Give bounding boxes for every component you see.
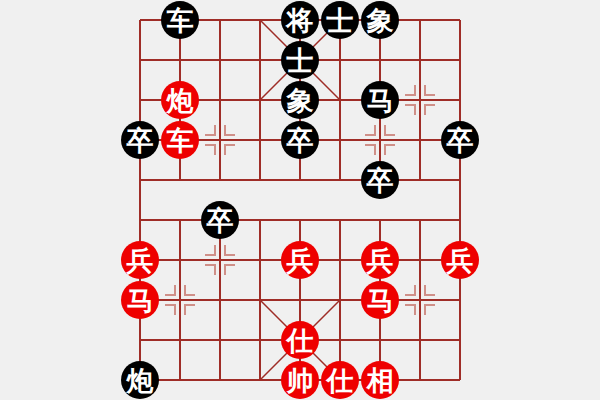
- piece-black-advisor[interactable]: 士: [321, 1, 359, 39]
- board-cell-4-9[interactable]: 帅: [280, 360, 320, 400]
- board-cell-7-1[interactable]: [400, 40, 440, 80]
- board-cell-3-9[interactable]: [240, 360, 280, 400]
- piece-red-soldier[interactable]: 兵: [281, 241, 319, 279]
- board-cell-5-6[interactable]: [320, 240, 360, 280]
- board-cell-0-8[interactable]: [120, 320, 160, 360]
- board-grid: 车将士象士炮象马卒车卒卒卒卒兵兵兵兵马马仕炮帅仕相: [120, 0, 480, 400]
- board-cell-7-0[interactable]: [400, 0, 440, 40]
- board-cell-1-1[interactable]: [160, 40, 200, 80]
- piece-red-elephant[interactable]: 相: [361, 361, 399, 399]
- board-cell-1-4[interactable]: [160, 160, 200, 200]
- board-cell-7-5[interactable]: [400, 200, 440, 240]
- board-cell-5-1[interactable]: [320, 40, 360, 80]
- piece-black-advisor[interactable]: 士: [281, 41, 319, 79]
- board-cell-2-9[interactable]: [200, 360, 240, 400]
- piece-red-advisor[interactable]: 仕: [321, 361, 359, 399]
- piece-black-soldier[interactable]: 卒: [281, 121, 319, 159]
- board-cell-7-9[interactable]: [400, 360, 440, 400]
- board-cell-8-1[interactable]: [440, 40, 480, 80]
- board-cell-3-2[interactable]: [240, 80, 280, 120]
- board-cell-6-9[interactable]: 相: [360, 360, 400, 400]
- board-cell-6-5[interactable]: [360, 200, 400, 240]
- board-cell-0-6[interactable]: 兵: [120, 240, 160, 280]
- piece-black-soldier[interactable]: 卒: [441, 121, 479, 159]
- board-cell-3-8[interactable]: [240, 320, 280, 360]
- board-cell-1-3[interactable]: 车: [160, 120, 200, 160]
- board-cell-1-5[interactable]: [160, 200, 200, 240]
- board-cell-4-2[interactable]: 象: [280, 80, 320, 120]
- piece-red-chariot[interactable]: 车: [161, 121, 199, 159]
- board-cell-0-4[interactable]: [120, 160, 160, 200]
- board-cell-4-8[interactable]: 仕: [280, 320, 320, 360]
- xiangqi-app: 车将士象士炮象马卒车卒卒卒卒兵兵兵兵马马仕炮帅仕相: [0, 0, 600, 400]
- board-cell-5-4[interactable]: [320, 160, 360, 200]
- board-cell-8-2[interactable]: [440, 80, 480, 120]
- board-cell-5-8[interactable]: [320, 320, 360, 360]
- piece-red-advisor[interactable]: 仕: [281, 321, 319, 359]
- piece-black-soldier[interactable]: 卒: [361, 161, 399, 199]
- board-cell-1-2[interactable]: 炮: [160, 80, 200, 120]
- board-cell-2-6[interactable]: [200, 240, 240, 280]
- piece-black-horse[interactable]: 马: [361, 81, 399, 119]
- board-cell-0-7[interactable]: 马: [120, 280, 160, 320]
- xiangqi-board: 车将士象士炮象马卒车卒卒卒卒兵兵兵兵马马仕炮帅仕相: [120, 0, 480, 400]
- board-cell-3-7[interactable]: [240, 280, 280, 320]
- piece-black-soldier[interactable]: 卒: [121, 121, 159, 159]
- board-cell-4-1[interactable]: 士: [280, 40, 320, 80]
- piece-red-general[interactable]: 帅: [281, 361, 319, 399]
- board-cell-8-9[interactable]: [440, 360, 480, 400]
- board-cell-4-3[interactable]: 卒: [280, 120, 320, 160]
- board-cell-5-2[interactable]: [320, 80, 360, 120]
- board-cell-3-0[interactable]: [240, 0, 280, 40]
- board-cell-6-0[interactable]: 象: [360, 0, 400, 40]
- board-cell-3-4[interactable]: [240, 160, 280, 200]
- board-cell-4-7[interactable]: [280, 280, 320, 320]
- board-cell-8-8[interactable]: [440, 320, 480, 360]
- board-cell-8-5[interactable]: [440, 200, 480, 240]
- board-cell-5-5[interactable]: [320, 200, 360, 240]
- board-cell-1-6[interactable]: [160, 240, 200, 280]
- board-cell-6-2[interactable]: 马: [360, 80, 400, 120]
- board-cell-6-3[interactable]: [360, 120, 400, 160]
- board-cell-0-0[interactable]: [120, 0, 160, 40]
- board-cell-1-8[interactable]: [160, 320, 200, 360]
- board-cell-6-6[interactable]: 兵: [360, 240, 400, 280]
- board-cell-5-0[interactable]: 士: [320, 0, 360, 40]
- board-cell-8-0[interactable]: [440, 0, 480, 40]
- board-cell-2-2[interactable]: [200, 80, 240, 120]
- piece-red-soldier[interactable]: 兵: [361, 241, 399, 279]
- board-cell-4-0[interactable]: 将: [280, 0, 320, 40]
- board-cell-7-3[interactable]: [400, 120, 440, 160]
- piece-red-cannon[interactable]: 炮: [161, 81, 199, 119]
- board-cell-8-6[interactable]: 兵: [440, 240, 480, 280]
- board-cell-6-7[interactable]: 马: [360, 280, 400, 320]
- board-cell-7-2[interactable]: [400, 80, 440, 120]
- board-cell-8-3[interactable]: 卒: [440, 120, 480, 160]
- board-cell-6-1[interactable]: [360, 40, 400, 80]
- board-cell-6-4[interactable]: 卒: [360, 160, 400, 200]
- board-cell-7-4[interactable]: [400, 160, 440, 200]
- board-cell-7-8[interactable]: [400, 320, 440, 360]
- board-cell-5-7[interactable]: [320, 280, 360, 320]
- board-cell-3-3[interactable]: [240, 120, 280, 160]
- board-cell-0-1[interactable]: [120, 40, 160, 80]
- board-cell-2-0[interactable]: [200, 0, 240, 40]
- board-cell-7-7[interactable]: [400, 280, 440, 320]
- board-cell-7-6[interactable]: [400, 240, 440, 280]
- board-cell-2-8[interactable]: [200, 320, 240, 360]
- board-cell-1-0[interactable]: 车: [160, 0, 200, 40]
- piece-black-soldier[interactable]: 卒: [201, 201, 239, 239]
- board-cell-0-2[interactable]: [120, 80, 160, 120]
- board-cell-4-4[interactable]: [280, 160, 320, 200]
- board-cell-0-9[interactable]: 炮: [120, 360, 160, 400]
- board-cell-3-1[interactable]: [240, 40, 280, 80]
- piece-black-elephant[interactable]: 象: [281, 81, 319, 119]
- board-cell-0-3[interactable]: 卒: [120, 120, 160, 160]
- board-cell-2-5[interactable]: 卒: [200, 200, 240, 240]
- board-cell-2-7[interactable]: [200, 280, 240, 320]
- piece-black-general[interactable]: 将: [281, 1, 319, 39]
- board-cell-6-8[interactable]: [360, 320, 400, 360]
- piece-black-elephant[interactable]: 象: [361, 1, 399, 39]
- board-cell-1-9[interactable]: [160, 360, 200, 400]
- board-cell-5-3[interactable]: [320, 120, 360, 160]
- board-cell-3-6[interactable]: [240, 240, 280, 280]
- board-cell-5-9[interactable]: 仕: [320, 360, 360, 400]
- board-cell-8-4[interactable]: [440, 160, 480, 200]
- board-cell-4-6[interactable]: 兵: [280, 240, 320, 280]
- board-cell-2-4[interactable]: [200, 160, 240, 200]
- board-cell-8-7[interactable]: [440, 280, 480, 320]
- piece-black-chariot[interactable]: 车: [161, 1, 199, 39]
- piece-red-soldier[interactable]: 兵: [441, 241, 479, 279]
- piece-black-cannon[interactable]: 炮: [121, 361, 159, 399]
- board-cell-2-3[interactable]: [200, 120, 240, 160]
- board-cell-0-5[interactable]: [120, 200, 160, 240]
- piece-red-horse[interactable]: 马: [361, 281, 399, 319]
- board-cell-1-7[interactable]: [160, 280, 200, 320]
- piece-red-horse[interactable]: 马: [121, 281, 159, 319]
- piece-red-soldier[interactable]: 兵: [121, 241, 159, 279]
- board-cell-2-1[interactable]: [200, 40, 240, 80]
- board-cell-4-5[interactable]: [280, 200, 320, 240]
- board-cell-3-5[interactable]: [240, 200, 280, 240]
